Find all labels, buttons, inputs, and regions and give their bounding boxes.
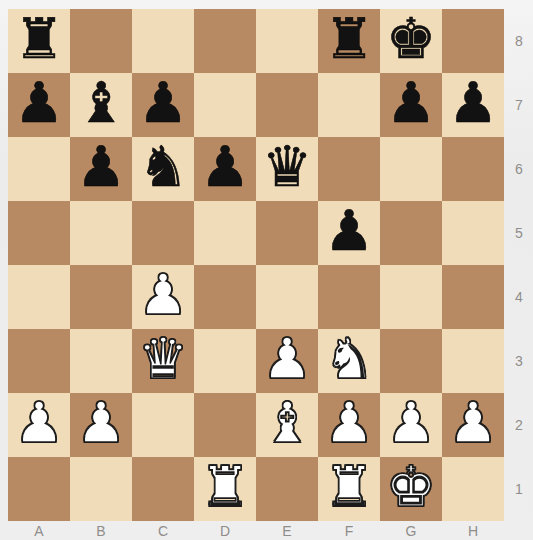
piece-black-king-g8[interactable]: ♚ <box>380 7 442 71</box>
square-e3[interactable]: ♟ <box>256 329 318 393</box>
piece-black-pawn-c7[interactable]: ♟ <box>132 71 194 135</box>
file-label-f: F <box>318 522 380 540</box>
piece-black-pawn-d6[interactable]: ♟ <box>194 135 256 199</box>
square-b3[interactable] <box>70 329 132 393</box>
piece-white-queen-c3[interactable]: ♛ <box>132 327 194 391</box>
rank-label-3: 3 <box>506 329 532 393</box>
square-h4[interactable] <box>442 265 504 329</box>
piece-black-knight-c6[interactable]: ♞ <box>132 135 194 199</box>
rank-label-2: 2 <box>506 393 532 457</box>
chess-app-window: { "game": "chess", "position": { "fen": … <box>0 0 533 540</box>
square-d4[interactable] <box>194 265 256 329</box>
square-f3[interactable]: ♞ <box>318 329 380 393</box>
square-d8[interactable] <box>194 9 256 73</box>
square-c3[interactable]: ♛ <box>132 329 194 393</box>
square-b5[interactable] <box>70 201 132 265</box>
piece-white-pawn-e3[interactable]: ♟ <box>256 327 318 391</box>
rank-label-1: 1 <box>506 457 532 521</box>
piece-white-knight-f3[interactable]: ♞ <box>318 327 380 391</box>
square-e1[interactable] <box>256 457 318 521</box>
rank-label-5: 5 <box>506 201 532 265</box>
square-a5[interactable] <box>8 201 70 265</box>
piece-white-king-g1[interactable]: ♚ <box>380 455 442 519</box>
square-b6[interactable]: ♟ <box>70 137 132 201</box>
square-g4[interactable] <box>380 265 442 329</box>
square-d7[interactable] <box>194 73 256 137</box>
square-f8[interactable]: ♜ <box>318 9 380 73</box>
piece-black-pawn-f5[interactable]: ♟ <box>318 199 380 263</box>
square-f6[interactable] <box>318 137 380 201</box>
square-f2[interactable]: ♟ <box>318 393 380 457</box>
square-a6[interactable] <box>8 137 70 201</box>
square-g8[interactable]: ♚ <box>380 9 442 73</box>
square-e4[interactable] <box>256 265 318 329</box>
piece-white-pawn-c4[interactable]: ♟ <box>132 263 194 327</box>
piece-white-pawn-h2[interactable]: ♟ <box>442 391 504 455</box>
square-e7[interactable] <box>256 73 318 137</box>
square-g5[interactable] <box>380 201 442 265</box>
file-label-d: D <box>194 522 256 540</box>
square-e5[interactable] <box>256 201 318 265</box>
piece-black-pawn-h7[interactable]: ♟ <box>442 71 504 135</box>
rank-label-6: 6 <box>506 137 532 201</box>
piece-white-bishop-e2[interactable]: ♝ <box>256 391 318 455</box>
square-g7[interactable]: ♟ <box>380 73 442 137</box>
square-h6[interactable] <box>442 137 504 201</box>
square-h1[interactable] <box>442 457 504 521</box>
piece-black-pawn-b6[interactable]: ♟ <box>70 135 132 199</box>
file-label-a: A <box>8 522 70 540</box>
square-e8[interactable] <box>256 9 318 73</box>
square-c2[interactable] <box>132 393 194 457</box>
square-h3[interactable] <box>442 329 504 393</box>
square-f4[interactable] <box>318 265 380 329</box>
square-b2[interactable]: ♟ <box>70 393 132 457</box>
square-g2[interactable]: ♟ <box>380 393 442 457</box>
square-c1[interactable] <box>132 457 194 521</box>
piece-black-pawn-g7[interactable]: ♟ <box>380 71 442 135</box>
square-d5[interactable] <box>194 201 256 265</box>
square-d3[interactable] <box>194 329 256 393</box>
square-b7[interactable]: ♝ <box>70 73 132 137</box>
square-g1[interactable]: ♚ <box>380 457 442 521</box>
square-a7[interactable]: ♟ <box>8 73 70 137</box>
piece-white-rook-f1[interactable]: ♜ <box>318 455 380 519</box>
square-e2[interactable]: ♝ <box>256 393 318 457</box>
square-c4[interactable]: ♟ <box>132 265 194 329</box>
square-f5[interactable]: ♟ <box>318 201 380 265</box>
square-a1[interactable] <box>8 457 70 521</box>
square-b4[interactable] <box>70 265 132 329</box>
square-h5[interactable] <box>442 201 504 265</box>
square-a4[interactable] <box>8 265 70 329</box>
piece-black-rook-a8[interactable]: ♜ <box>8 7 70 71</box>
square-d2[interactable] <box>194 393 256 457</box>
square-a3[interactable] <box>8 329 70 393</box>
piece-black-rook-f8[interactable]: ♜ <box>318 7 380 71</box>
chess-board[interactable]: ♜♜♚♟♝♟♟♟♟♞♟♛♟♟♛♟♞♟♟♝♟♟♟♜♜♚ <box>8 9 504 521</box>
piece-white-pawn-g2[interactable]: ♟ <box>380 391 442 455</box>
square-e6[interactable]: ♛ <box>256 137 318 201</box>
square-a8[interactable]: ♜ <box>8 9 70 73</box>
square-c6[interactable]: ♞ <box>132 137 194 201</box>
piece-black-bishop-b7[interactable]: ♝ <box>70 71 132 135</box>
file-label-e: E <box>256 522 318 540</box>
square-d6[interactable]: ♟ <box>194 137 256 201</box>
square-g6[interactable] <box>380 137 442 201</box>
piece-black-queen-e6[interactable]: ♛ <box>256 135 318 199</box>
rank-label-7: 7 <box>506 73 532 137</box>
square-h7[interactable]: ♟ <box>442 73 504 137</box>
square-c5[interactable] <box>132 201 194 265</box>
piece-black-pawn-a7[interactable]: ♟ <box>8 71 70 135</box>
piece-white-pawn-b2[interactable]: ♟ <box>70 391 132 455</box>
rank-label-4: 4 <box>506 265 532 329</box>
square-b1[interactable] <box>70 457 132 521</box>
square-f1[interactable]: ♜ <box>318 457 380 521</box>
square-c8[interactable] <box>132 9 194 73</box>
square-f7[interactable] <box>318 73 380 137</box>
square-h2[interactable]: ♟ <box>442 393 504 457</box>
rank-label-8: 8 <box>506 9 532 73</box>
file-label-b: B <box>70 522 132 540</box>
square-c7[interactable]: ♟ <box>132 73 194 137</box>
file-label-g: G <box>380 522 442 540</box>
file-label-h: H <box>442 522 504 540</box>
square-d1[interactable]: ♜ <box>194 457 256 521</box>
piece-white-pawn-a2[interactable]: ♟ <box>8 391 70 455</box>
square-h8[interactable] <box>442 9 504 73</box>
square-b8[interactable] <box>70 9 132 73</box>
piece-white-rook-d1[interactable]: ♜ <box>194 455 256 519</box>
file-label-c: C <box>132 522 194 540</box>
square-g3[interactable] <box>380 329 442 393</box>
piece-white-pawn-f2[interactable]: ♟ <box>318 391 380 455</box>
square-a2[interactable]: ♟ <box>8 393 70 457</box>
